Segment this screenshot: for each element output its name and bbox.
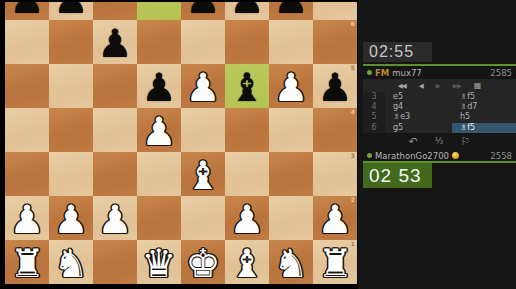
game-action-buttons: ↶ ½ ⚐ [363,134,516,149]
square-d7[interactable] [137,0,181,20]
square-h2[interactable]: 2♟ [313,196,357,240]
square-g5[interactable]: ♟ [269,64,313,108]
piece-black-pawn[interactable]: ♟ [269,0,313,20]
piece-white-knight[interactable]: ♞ [269,240,313,284]
letterbox-bar [0,0,358,2]
square-f7[interactable]: ♟ [225,0,269,20]
square-f6[interactable] [225,20,269,64]
piece-black-bishop[interactable]: ♝ [225,64,269,108]
square-c2[interactable]: ♟ [93,196,137,240]
player-title: FM [375,68,389,78]
game-sidebar: 02:55 FM mux77 2585 ◀◀ ◀ ▶ ▶▶ ▦ 3 e5 ♗f5… [358,0,516,289]
square-e5[interactable]: ♟ [181,64,225,108]
square-e7[interactable]: ♟ [181,0,225,20]
square-d1[interactable]: ♛ [137,240,181,284]
move-row: 3 e5 ♗f5 [363,92,516,102]
square-d6[interactable] [137,20,181,64]
square-h5[interactable]: 5♟ [313,64,357,108]
analysis-board-icon[interactable]: ▦ [474,81,482,90]
move-black[interactable]: h5 [452,112,516,122]
square-e2[interactable] [181,196,225,240]
piece-white-bishop[interactable]: ♝ [181,152,225,196]
move-black[interactable]: ♗d7 [452,102,516,112]
divider [363,64,516,66]
move-white[interactable]: e5 [385,92,452,102]
square-a1[interactable]: ♜ [5,240,49,284]
piece-white-queen[interactable]: ♛ [137,240,181,284]
square-b2[interactable]: ♟ [49,196,93,240]
player-bottom-name[interactable]: MarathonGo2700 [375,151,449,161]
square-a7[interactable]: ♟ [5,0,49,20]
piece-white-knight[interactable]: ♞ [49,240,93,284]
online-dot-icon [367,70,372,75]
resign-flag-button[interactable]: ⚐ [461,134,471,149]
square-a6[interactable] [5,20,49,64]
piece-black-pawn[interactable]: ♟ [225,0,269,20]
chess-board: ♜♞♛♚♝♞8♜♟♟♟♟♟7♟6♟♟♝♟5♟♟4♝3♟♟♟♟2♟♜♞♛♚♝♞1♜ [5,0,357,284]
move-number: 3 [363,92,385,102]
square-c6[interactable]: ♟ [93,20,137,64]
square-e4[interactable] [181,108,225,152]
go-first-button[interactable]: ◀◀ [398,82,406,90]
square-b5[interactable] [49,64,93,108]
square-a2[interactable]: ♟ [5,196,49,240]
square-e1[interactable]: ♚ [181,240,225,284]
square-d3[interactable] [137,152,181,196]
player-bottom-rating: 2558 [490,151,512,161]
piece-black-pawn[interactable]: ♟ [5,0,49,20]
square-a3[interactable] [5,152,49,196]
player-top-row: FM mux77 2585 [363,67,516,78]
piece-black-pawn[interactable]: ♟ [313,64,357,108]
piece-black-pawn[interactable]: ♟ [181,0,225,20]
square-h1[interactable]: 1♜ [313,240,357,284]
go-previous-button[interactable]: ◀ [419,82,423,90]
square-e3[interactable]: ♝ [181,152,225,196]
square-g6[interactable] [269,20,313,64]
square-f3[interactable] [225,152,269,196]
white-clock-active: 02 53 [363,163,432,188]
offer-draw-button[interactable]: ½ [435,134,444,149]
square-d5[interactable]: ♟ [137,64,181,108]
move-row: 6 g5 ♗f5 [363,123,516,133]
piece-white-pawn[interactable]: ♟ [269,64,313,108]
square-h4[interactable]: 4 [313,108,357,152]
square-f5[interactable]: ♝ [225,64,269,108]
piece-white-pawn[interactable]: ♟ [5,196,49,240]
square-g7[interactable]: ♟ [269,0,313,20]
move-row: 5 ♗e3 h5 [363,112,516,122]
square-f4[interactable] [225,108,269,152]
piece-black-pawn[interactable]: ♟ [49,0,93,20]
piece-white-pawn[interactable]: ♟ [313,196,357,240]
piece-white-pawn[interactable]: ♟ [225,196,269,240]
square-b3[interactable] [49,152,93,196]
piece-black-pawn[interactable]: ♟ [137,64,181,108]
square-h3[interactable]: 3 [313,152,357,196]
rank-coordinate: 4 [351,109,355,115]
piece-white-pawn[interactable]: ♟ [49,196,93,240]
player-top-rating: 2585 [490,68,512,78]
player-top-name[interactable]: mux77 [392,68,422,78]
piece-white-rook[interactable]: ♜ [313,240,357,284]
move-black[interactable]: ♗f5 [452,92,516,102]
move-row: 4 g4 ♗d7 [363,102,516,112]
piece-white-rook[interactable]: ♜ [5,240,49,284]
game-screen: ♜♞♛♚♝♞8♜♟♟♟♟♟7♟6♟♟♝♟5♟♟4♝3♟♟♟♟2♟♜♞♛♚♝♞1♜… [0,0,516,289]
square-g3[interactable] [269,152,313,196]
piece-white-bishop[interactable]: ♝ [225,240,269,284]
move-white[interactable]: g4 [385,102,452,112]
move-number: 4 [363,102,385,112]
piece-black-pawn[interactable]: ♟ [93,20,137,64]
square-d2[interactable] [137,196,181,240]
square-a4[interactable] [5,108,49,152]
square-h7[interactable]: 7 [313,0,357,20]
rank-coordinate: 6 [351,21,355,27]
move-number: 5 [363,112,385,122]
move-white[interactable]: ♗e3 [385,112,452,122]
square-b7[interactable]: ♟ [49,0,93,20]
square-g1[interactable]: ♞ [269,240,313,284]
square-g4[interactable] [269,108,313,152]
square-b6[interactable] [49,20,93,64]
square-c4[interactable] [93,108,137,152]
piece-white-pawn[interactable]: ♟ [93,196,137,240]
square-f2[interactable]: ♟ [225,196,269,240]
replay-controls: ◀◀ ◀ ▶ ▶▶ ▦ [363,79,516,92]
takeback-button[interactable]: ↶ [409,134,418,149]
gold-emoji-icon [452,152,459,159]
square-f1[interactable]: ♝ [225,240,269,284]
square-b1[interactable]: ♞ [49,240,93,284]
square-b4[interactable] [49,108,93,152]
square-c7[interactable] [93,0,137,20]
square-c1[interactable] [93,240,137,284]
piece-white-pawn[interactable]: ♟ [137,108,181,152]
online-dot-icon [367,153,372,158]
move-white[interactable]: g5 [385,123,452,133]
piece-white-pawn[interactable]: ♟ [181,64,225,108]
rank-coordinate: 3 [351,153,355,159]
move-number: 6 [363,123,385,133]
go-next-button[interactable]: ▶ [436,82,440,90]
go-last-button[interactable]: ▶▶ [453,82,461,90]
square-g2[interactable] [269,196,313,240]
black-clock: 02:55 [363,42,432,62]
square-a5[interactable] [5,64,49,108]
move-list-panel: ◀◀ ◀ ▶ ▶▶ ▦ 3 e5 ♗f5 4 g4 ♗d7 5 ♗e3 h5 [363,79,516,133]
square-h6[interactable]: 6 [313,20,357,64]
move-black-active[interactable]: ♗f5 [452,123,516,133]
square-c5[interactable] [93,64,137,108]
square-e6[interactable] [181,20,225,64]
piece-white-king[interactable]: ♚ [181,240,225,284]
square-c3[interactable] [93,152,137,196]
player-bottom-row: MarathonGo2700 2558 [363,150,516,161]
square-d4[interactable]: ♟ [137,108,181,152]
